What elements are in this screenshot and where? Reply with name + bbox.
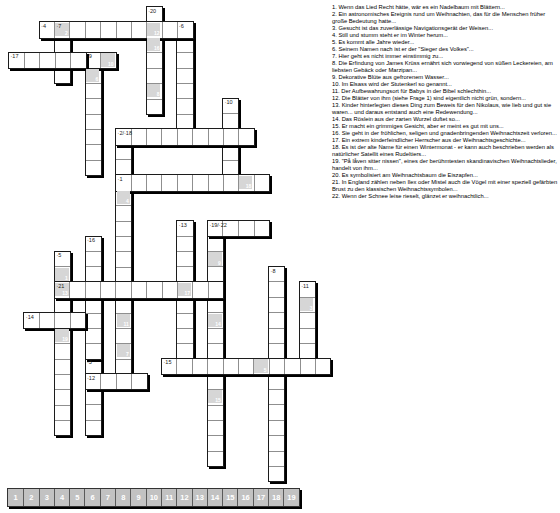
- clue-5: 5. Es kommt alle Jahre wieder...: [332, 39, 558, 46]
- letter-cell[interactable]: [116, 236, 131, 251]
- letter-cell[interactable]: [147, 7, 162, 21]
- letter-cell[interactable]: [146, 22, 161, 37]
- letter-cell[interactable]: [116, 159, 131, 174]
- letter-cell[interactable]: [100, 22, 115, 37]
- letter-cell[interactable]: [162, 22, 177, 37]
- letter-cell[interactable]: [116, 313, 131, 328]
- letter-cell[interactable]: [177, 175, 192, 190]
- letter-cell[interactable]: [86, 53, 101, 68]
- letter-cell[interactable]: [55, 297, 70, 312]
- clue-8: 8. Die Erfindung von James Krüss ernährt…: [332, 60, 558, 74]
- letter-cell[interactable]: [86, 83, 101, 98]
- letter-cell[interactable]: [86, 237, 101, 251]
- clue-11: 11. Der Aufbewahrungsort für Babys in de…: [332, 88, 558, 95]
- letter-cell[interactable]: [223, 160, 238, 176]
- letter-cell[interactable]: [100, 374, 116, 389]
- letter-cell[interactable]: [269, 451, 284, 466]
- letter-cell[interactable]: [86, 404, 101, 420]
- letter-cell[interactable]: [177, 251, 192, 266]
- answer-cell-12[interactable]: 12: [176, 489, 191, 506]
- letter-cell[interactable]: [116, 374, 132, 389]
- word-strip-21-across: [54, 281, 224, 298]
- answer-cell-8[interactable]: 8: [115, 489, 130, 506]
- letter-cell[interactable]: [269, 359, 284, 374]
- letter-cell[interactable]: [55, 266, 70, 281]
- letter-cell[interactable]: [86, 98, 101, 113]
- answer-cell-9[interactable]: 9: [130, 489, 145, 506]
- word-strip-5-down: [54, 251, 71, 437]
- letter-cell[interactable]: [55, 328, 70, 343]
- letter-cell[interactable]: [161, 129, 176, 144]
- letter-cell[interactable]: [55, 343, 70, 358]
- letter-cell[interactable]: [55, 282, 69, 297]
- answer-cell-6[interactable]: 6: [84, 489, 99, 506]
- clue-10: 10. Im Elsass wird der Stutenkerl so gen…: [332, 81, 558, 88]
- letter-cell[interactable]: [131, 374, 147, 389]
- letter-cell[interactable]: [116, 297, 131, 312]
- letter-cell[interactable]: [147, 37, 162, 52]
- letter-cell[interactable]: [177, 328, 192, 343]
- word-strip-14-across: [23, 312, 86, 329]
- letter-cell[interactable]: [284, 359, 299, 374]
- letter-cell[interactable]: [131, 129, 146, 144]
- letter-cell[interactable]: [55, 420, 70, 435]
- letter-cell[interactable]: [223, 113, 238, 129]
- letter-cell[interactable]: [177, 37, 192, 52]
- letter-cell[interactable]: [86, 67, 101, 82]
- letter-cell[interactable]: [147, 83, 162, 98]
- letter-cell[interactable]: [269, 297, 284, 312]
- letter-cell[interactable]: [55, 68, 70, 84]
- letter-cell[interactable]: [9, 53, 24, 68]
- letter-cell[interactable]: [55, 37, 70, 53]
- clue-14: 14. Das Röslein aus der zarten Wurzel du…: [332, 116, 558, 123]
- clue-4: 4. Still und stumm steht er im Winter he…: [332, 32, 558, 39]
- letter-cell[interactable]: [192, 359, 207, 374]
- letter-cell[interactable]: [207, 359, 222, 374]
- letter-cell[interactable]: [177, 98, 192, 113]
- letter-cell[interactable]: [24, 53, 40, 68]
- letter-cell[interactable]: [131, 175, 146, 190]
- letter-cell[interactable]: [208, 343, 223, 358]
- word-strip-17-across: [8, 52, 87, 69]
- letter-cell[interactable]: [223, 129, 238, 144]
- letter-cell[interactable]: [222, 221, 238, 236]
- letter-cell[interactable]: [238, 221, 254, 236]
- clue-16: 16. Sie geht in der fröhlichen, seligen …: [332, 130, 558, 137]
- letter-cell[interactable]: [115, 282, 130, 297]
- letter-cell[interactable]: [39, 53, 55, 68]
- letter-cell[interactable]: [208, 297, 223, 312]
- letter-cell[interactable]: [70, 53, 86, 68]
- letter-cell[interactable]: [254, 221, 270, 236]
- letter-cell[interactable]: [55, 252, 70, 266]
- letter-cell[interactable]: [116, 343, 131, 358]
- letter-cell[interactable]: [269, 328, 284, 343]
- letter-cell[interactable]: [131, 282, 146, 297]
- answer-cell-7[interactable]: 7: [100, 489, 115, 506]
- letter-cell[interactable]: [85, 22, 100, 37]
- letter-cell[interactable]: [238, 129, 253, 144]
- word-strip-12-across: [85, 373, 148, 390]
- letter-cell[interactable]: [55, 53, 71, 68]
- letter-cell[interactable]: [223, 359, 238, 374]
- letter-cell[interactable]: [300, 343, 315, 358]
- letter-cell[interactable]: [208, 236, 223, 251]
- word-strip-9-across: [85, 52, 118, 69]
- letter-cell[interactable]: [40, 22, 54, 37]
- letter-cell[interactable]: [86, 160, 101, 175]
- letter-cell[interactable]: [269, 343, 284, 358]
- letter-cell[interactable]: [238, 175, 253, 190]
- letter-cell[interactable]: [300, 312, 315, 327]
- letter-cell[interactable]: [300, 297, 315, 312]
- letter-cell[interactable]: [269, 267, 284, 281]
- letter-cell[interactable]: [162, 282, 177, 297]
- letter-cell[interactable]: [86, 313, 101, 328]
- letter-cell[interactable]: [131, 22, 146, 37]
- letter-cell[interactable]: [116, 359, 131, 374]
- answer-cell-13[interactable]: 13: [192, 489, 207, 506]
- letter-cell[interactable]: [146, 129, 161, 144]
- letter-cell[interactable]: [269, 312, 284, 327]
- clue-list: 1. Wenn das Lied Recht hätte, wär es ein…: [332, 4, 558, 200]
- clue-1: 1. Wenn das Lied Recht hätte, wär es ein…: [332, 4, 558, 11]
- letter-cell[interactable]: [269, 435, 284, 450]
- letter-cell[interactable]: [55, 359, 70, 374]
- letter-cell[interactable]: [208, 251, 223, 266]
- letter-cell[interactable]: [223, 99, 238, 114]
- clue-7: 7. Hier geht es nicht immer einstimmig z…: [332, 53, 558, 60]
- clue-13: 13. Kinder hinterlegten dieses Ding zum …: [332, 102, 558, 116]
- letter-cell[interactable]: [55, 374, 70, 389]
- letter-cell[interactable]: [147, 68, 162, 83]
- letter-cell[interactable]: [269, 281, 284, 296]
- answer-cell-15[interactable]: 15: [222, 489, 237, 506]
- letter-cell[interactable]: [208, 435, 223, 450]
- word-strip-1-across: [115, 174, 270, 191]
- letter-cell[interactable]: [192, 129, 207, 144]
- letter-cell[interactable]: [208, 266, 223, 281]
- answer-cell-3[interactable]: 3: [39, 489, 54, 506]
- letter-cell[interactable]: [116, 22, 131, 37]
- letter-cell[interactable]: [177, 266, 192, 281]
- letter-cell[interactable]: [86, 114, 101, 129]
- letter-cell[interactable]: [269, 420, 284, 435]
- answer-cell-19[interactable]: 19: [283, 489, 298, 506]
- letter-cell[interactable]: [177, 129, 192, 144]
- letter-cell[interactable]: [147, 52, 162, 67]
- letter-cell[interactable]: [300, 282, 315, 296]
- clue-20: 20. Es symbolisiert am Weihnachtsbaum di…: [332, 172, 558, 179]
- letter-cell[interactable]: [85, 282, 100, 297]
- letter-cell[interactable]: [161, 175, 176, 190]
- letter-cell[interactable]: [177, 282, 192, 297]
- letter-cell[interactable]: [69, 282, 84, 297]
- letter-cell[interactable]: [39, 313, 55, 328]
- letter-cell[interactable]: [100, 53, 116, 68]
- letter-cell[interactable]: [116, 175, 130, 190]
- clue-3: 3. Gesucht ist das zuverlässige Navigati…: [332, 25, 558, 32]
- letter-cell[interactable]: [86, 144, 101, 159]
- letter-cell[interactable]: [86, 266, 101, 281]
- letter-cell[interactable]: [177, 114, 192, 129]
- letter-cell[interactable]: [223, 144, 238, 160]
- clue-9: 9. Dekorative Blüte aus gefrorenem Wasse…: [332, 74, 558, 81]
- letter-cell[interactable]: [208, 282, 223, 297]
- letter-cell[interactable]: [177, 297, 192, 312]
- letter-cell[interactable]: [223, 175, 238, 190]
- letter-cell[interactable]: [177, 83, 192, 98]
- word-strip-15-across: [161, 358, 331, 375]
- letter-cell[interactable]: [116, 267, 131, 282]
- answer-cell-10[interactable]: 10: [146, 489, 161, 506]
- letter-cell[interactable]: [86, 343, 101, 358]
- letter-cell[interactable]: [208, 312, 223, 327]
- letter-cell[interactable]: [177, 52, 192, 67]
- letter-cell[interactable]: [116, 251, 131, 266]
- letter-cell[interactable]: [86, 420, 101, 436]
- word-strip-2-down: [115, 128, 132, 375]
- word-strip-9-down: [85, 52, 102, 176]
- letter-cell[interactable]: [54, 313, 70, 328]
- letter-cell[interactable]: [208, 451, 223, 466]
- answer-cell-14[interactable]: 14: [207, 489, 222, 506]
- letter-cell[interactable]: [55, 389, 70, 404]
- word-strip-19-down: [207, 220, 224, 467]
- letter-cell[interactable]: [208, 328, 223, 343]
- letter-cell[interactable]: [70, 313, 86, 328]
- letter-cell[interactable]: [253, 359, 268, 374]
- letter-cell[interactable]: [86, 129, 101, 144]
- letter-cell[interactable]: [116, 221, 131, 236]
- answer-cell-16[interactable]: 16: [237, 489, 252, 506]
- letter-cell[interactable]: [69, 22, 84, 37]
- letter-cell[interactable]: [86, 389, 101, 405]
- letter-cell[interactable]: [146, 282, 161, 297]
- letter-cell[interactable]: [192, 175, 207, 190]
- letter-cell[interactable]: [177, 22, 192, 37]
- letter-cell[interactable]: [208, 221, 223, 236]
- letter-cell[interactable]: [86, 374, 101, 389]
- letter-cell[interactable]: [24, 313, 39, 328]
- letter-cell[interactable]: [177, 68, 192, 83]
- letter-cell[interactable]: [208, 374, 223, 389]
- letter-cell[interactable]: [177, 236, 192, 251]
- clue-18: 18. Es ist der alte Name für einen Winte…: [332, 144, 558, 158]
- letter-cell[interactable]: [192, 282, 207, 297]
- word-strip-18-across: [115, 128, 255, 145]
- clue-12: 12. Die Blätter von ihm (siehe Frage 1) …: [332, 95, 558, 102]
- letter-cell[interactable]: [116, 205, 131, 220]
- answer-cell-1[interactable]: 1: [8, 489, 23, 506]
- letter-cell[interactable]: [86, 359, 101, 374]
- letter-cell[interactable]: [116, 190, 131, 205]
- letter-cell[interactable]: [177, 313, 192, 328]
- letter-cell[interactable]: [86, 328, 101, 343]
- letter-cell[interactable]: [177, 221, 192, 235]
- letter-cell[interactable]: [177, 343, 192, 358]
- answer-cell-2[interactable]: 2: [23, 489, 38, 506]
- letter-cell[interactable]: [146, 175, 161, 190]
- letter-cell[interactable]: [208, 405, 223, 420]
- letter-cell[interactable]: [269, 389, 284, 404]
- letter-cell[interactable]: [238, 359, 253, 374]
- clue-22: 22. Wenn der Schnee leise rieselt, glänz…: [332, 193, 558, 200]
- letter-cell[interactable]: [208, 175, 223, 190]
- letter-cell[interactable]: [86, 251, 101, 266]
- clue-17: 17. Ein extrem kinderfeindlicher Herrsch…: [332, 137, 558, 144]
- letter-cell[interactable]: [100, 282, 115, 297]
- letter-cell[interactable]: [269, 404, 284, 419]
- letter-cell[interactable]: [147, 99, 162, 114]
- letter-cell[interactable]: [269, 374, 284, 389]
- letter-cell[interactable]: [208, 389, 223, 404]
- answer-cell-17[interactable]: 17: [253, 489, 268, 506]
- letter-cell[interactable]: [300, 328, 315, 343]
- letter-cell[interactable]: [162, 359, 176, 374]
- letter-cell[interactable]: [116, 129, 130, 144]
- answer-cell-4[interactable]: 4: [54, 489, 69, 506]
- letter-cell[interactable]: [116, 328, 131, 343]
- word-strip-4-across: [39, 21, 194, 38]
- letter-cell[interactable]: [116, 144, 131, 159]
- answer-cell-5[interactable]: 5: [69, 489, 84, 506]
- letter-cell[interactable]: [55, 405, 70, 420]
- answer-cell-11[interactable]: 11: [161, 489, 176, 506]
- word-strip-22-across: [207, 220, 270, 237]
- clue-15: 15. Er macht ein grimmiges Gesicht, aber…: [332, 123, 558, 130]
- clue-19: 19. "På låven sitter nissen", eines der …: [332, 158, 558, 172]
- answer-cell-18[interactable]: 18: [268, 489, 283, 506]
- letter-cell[interactable]: [176, 359, 191, 374]
- clue-2: 2. Ein astronomisches Ereignis rund um W…: [332, 11, 558, 25]
- letter-cell[interactable]: [208, 420, 223, 435]
- letter-cell[interactable]: [208, 129, 223, 144]
- word-strip-3-down: [85, 358, 102, 437]
- clue-21: 21. In England zählen neben Ilex oder Mi…: [332, 179, 558, 193]
- letter-cell[interactable]: [54, 22, 69, 37]
- letter-cell[interactable]: [254, 175, 269, 190]
- clue-6: 6. Seinem Namen nach ist er der "Sieger …: [332, 46, 558, 53]
- answer-row: 12345678910111213141516171819: [7, 488, 300, 507]
- letter-cell[interactable]: [86, 297, 101, 312]
- letter-cell[interactable]: [315, 359, 330, 374]
- letter-cell[interactable]: [269, 466, 284, 481]
- letter-cell[interactable]: [300, 359, 315, 374]
